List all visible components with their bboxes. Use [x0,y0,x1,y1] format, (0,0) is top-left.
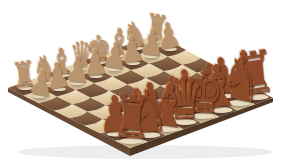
chess-board [0,0,285,163]
chess-set-photo: ♜♞♟♝♟♚♟♛♟♝♟♞♟♜♟♟♟♟♜♟♞♟♝♟♚♟♛♟♝♟♞♜ [0,0,285,163]
